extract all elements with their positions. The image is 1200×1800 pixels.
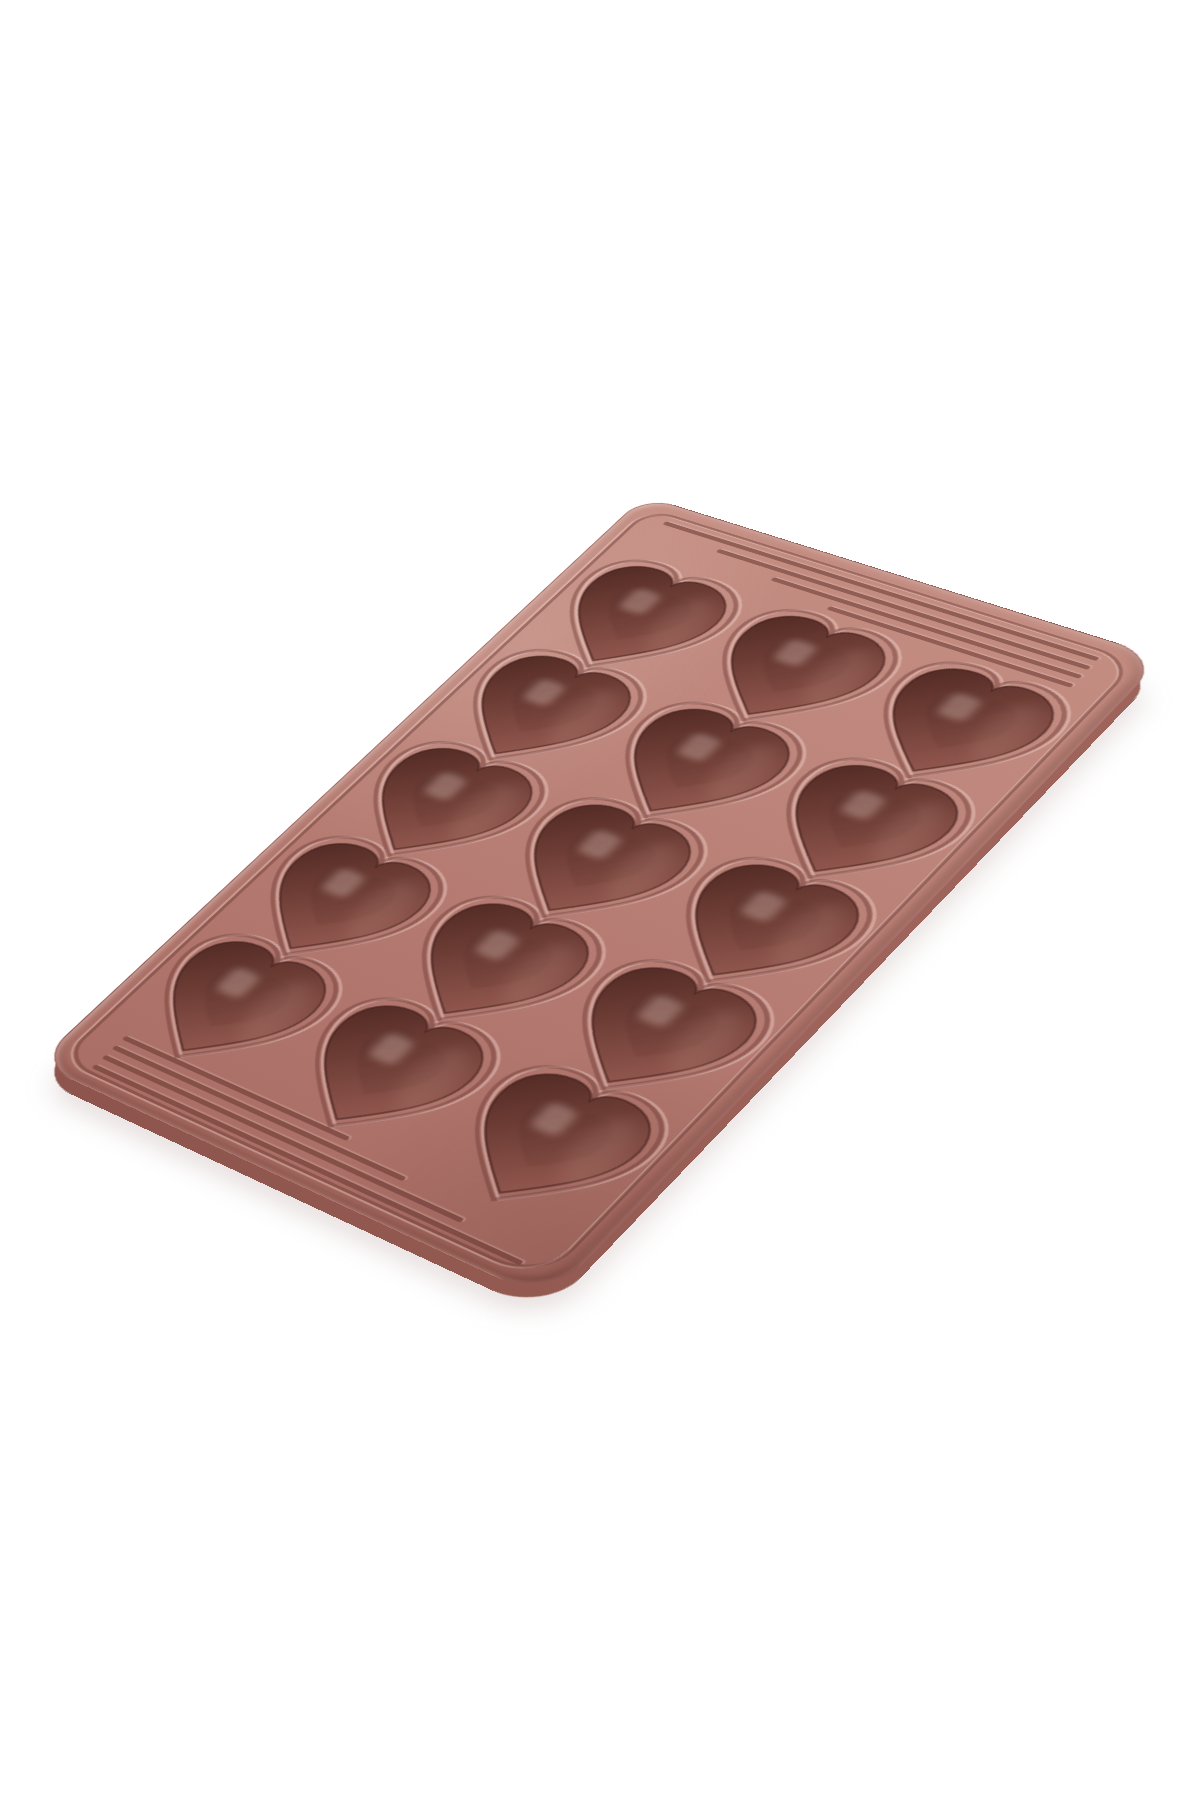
heart-cavity bbox=[830, 646, 1095, 800]
chocolate-mold-tray bbox=[36, 496, 1164, 1301]
product-photo bbox=[0, 0, 1200, 1800]
